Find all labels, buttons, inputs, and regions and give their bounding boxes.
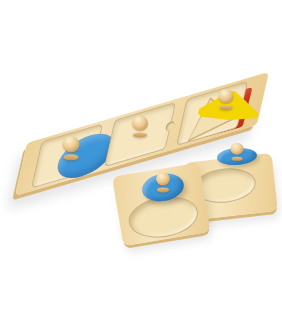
small-circle-piece-blue-left-knob[interactable] xyxy=(156,172,170,192)
knob-base xyxy=(219,105,233,110)
knob-base xyxy=(63,154,79,160)
triangle-piece-yellow-knob[interactable] xyxy=(219,89,234,110)
square-piece-red-knob[interactable] xyxy=(132,116,148,138)
small-circle-piece-blue-right-knob[interactable] xyxy=(231,143,244,161)
product-photo-scene xyxy=(0,0,282,310)
knob-base xyxy=(133,133,148,138)
circle-piece-blue-knob[interactable] xyxy=(63,136,80,160)
finger-notch-icon xyxy=(165,120,176,131)
knob-base xyxy=(231,157,243,161)
knob-base xyxy=(157,187,170,192)
